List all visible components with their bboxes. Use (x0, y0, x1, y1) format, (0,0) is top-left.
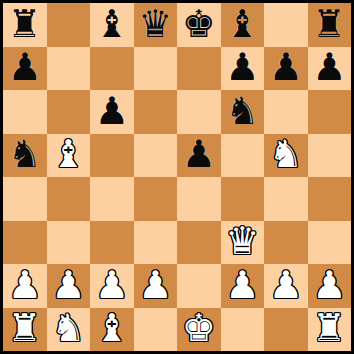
square-g3[interactable] (264, 221, 308, 265)
square-h1[interactable]: ♜ (308, 308, 352, 352)
square-g4[interactable] (264, 177, 308, 221)
square-a1[interactable]: ♜ (3, 308, 47, 352)
square-c1[interactable]: ♝ (90, 308, 134, 352)
white-pawn[interactable]: ♟ (8, 266, 42, 304)
white-knight[interactable]: ♞ (51, 309, 85, 347)
white-bishop[interactable]: ♝ (95, 309, 129, 347)
chess-board: ♜♝♛♚♝♜♟♟♟♟♟♞♞♝♟♞♛♟♟♟♟♟♟♟♜♞♝♚♜ (0, 0, 354, 354)
square-b6[interactable] (47, 90, 91, 134)
square-g5[interactable]: ♞ (264, 134, 308, 178)
square-f7[interactable]: ♟ (221, 47, 265, 91)
square-a3[interactable] (3, 221, 47, 265)
square-e3[interactable] (177, 221, 221, 265)
square-d6[interactable] (134, 90, 178, 134)
square-b7[interactable] (47, 47, 91, 91)
white-king[interactable]: ♚ (182, 309, 216, 347)
square-e2[interactable] (177, 264, 221, 308)
square-h8[interactable]: ♜ (308, 3, 352, 47)
square-e8[interactable]: ♚ (177, 3, 221, 47)
square-c8[interactable]: ♝ (90, 3, 134, 47)
square-f1[interactable] (221, 308, 265, 352)
square-d2[interactable]: ♟ (134, 264, 178, 308)
white-rook[interactable]: ♜ (8, 309, 42, 347)
black-king[interactable]: ♚ (182, 5, 216, 43)
square-f8[interactable]: ♝ (221, 3, 265, 47)
square-b5[interactable]: ♝ (47, 134, 91, 178)
square-b1[interactable]: ♞ (47, 308, 91, 352)
black-bishop[interactable]: ♝ (225, 5, 259, 43)
white-pawn[interactable]: ♟ (225, 266, 259, 304)
black-pawn[interactable]: ♟ (8, 48, 42, 86)
square-e4[interactable] (177, 177, 221, 221)
square-d8[interactable]: ♛ (134, 3, 178, 47)
white-rook[interactable]: ♜ (312, 309, 346, 347)
square-f4[interactable] (221, 177, 265, 221)
black-knight[interactable]: ♞ (225, 92, 259, 130)
white-bishop[interactable]: ♝ (51, 135, 85, 173)
black-queen[interactable]: ♛ (138, 5, 172, 43)
black-pawn[interactable]: ♟ (225, 48, 259, 86)
square-c2[interactable]: ♟ (90, 264, 134, 308)
square-h3[interactable] (308, 221, 352, 265)
square-e7[interactable] (177, 47, 221, 91)
black-knight[interactable]: ♞ (8, 135, 42, 173)
square-a8[interactable]: ♜ (3, 3, 47, 47)
black-pawn[interactable]: ♟ (182, 135, 216, 173)
white-pawn[interactable]: ♟ (269, 266, 303, 304)
square-g7[interactable]: ♟ (264, 47, 308, 91)
white-pawn[interactable]: ♟ (312, 266, 346, 304)
square-a6[interactable] (3, 90, 47, 134)
white-queen[interactable]: ♛ (225, 222, 259, 260)
square-b3[interactable] (47, 221, 91, 265)
square-d7[interactable] (134, 47, 178, 91)
square-h5[interactable] (308, 134, 352, 178)
square-g2[interactable]: ♟ (264, 264, 308, 308)
square-g1[interactable] (264, 308, 308, 352)
square-d4[interactable] (134, 177, 178, 221)
black-pawn[interactable]: ♟ (95, 92, 129, 130)
white-pawn[interactable]: ♟ (95, 266, 129, 304)
square-f6[interactable]: ♞ (221, 90, 265, 134)
square-c7[interactable] (90, 47, 134, 91)
black-pawn[interactable]: ♟ (312, 48, 346, 86)
square-f2[interactable]: ♟ (221, 264, 265, 308)
square-e5[interactable]: ♟ (177, 134, 221, 178)
square-b8[interactable] (47, 3, 91, 47)
square-c5[interactable] (90, 134, 134, 178)
square-f5[interactable] (221, 134, 265, 178)
square-h6[interactable] (308, 90, 352, 134)
square-d3[interactable] (134, 221, 178, 265)
black-rook[interactable]: ♜ (8, 5, 42, 43)
square-d5[interactable] (134, 134, 178, 178)
white-pawn[interactable]: ♟ (51, 266, 85, 304)
square-c6[interactable]: ♟ (90, 90, 134, 134)
square-g8[interactable] (264, 3, 308, 47)
square-c4[interactable] (90, 177, 134, 221)
white-pawn[interactable]: ♟ (138, 266, 172, 304)
square-h4[interactable] (308, 177, 352, 221)
square-b2[interactable]: ♟ (47, 264, 91, 308)
square-f3[interactable]: ♛ (221, 221, 265, 265)
square-a4[interactable] (3, 177, 47, 221)
square-a5[interactable]: ♞ (3, 134, 47, 178)
square-d1[interactable] (134, 308, 178, 352)
black-bishop[interactable]: ♝ (95, 5, 129, 43)
square-a2[interactable]: ♟ (3, 264, 47, 308)
white-knight[interactable]: ♞ (269, 135, 303, 173)
square-e1[interactable]: ♚ (177, 308, 221, 352)
square-e6[interactable] (177, 90, 221, 134)
black-pawn[interactable]: ♟ (269, 48, 303, 86)
square-h7[interactable]: ♟ (308, 47, 352, 91)
square-a7[interactable]: ♟ (3, 47, 47, 91)
square-c3[interactable] (90, 221, 134, 265)
square-b4[interactable] (47, 177, 91, 221)
black-rook[interactable]: ♜ (312, 5, 346, 43)
square-h2[interactable]: ♟ (308, 264, 352, 308)
square-g6[interactable] (264, 90, 308, 134)
